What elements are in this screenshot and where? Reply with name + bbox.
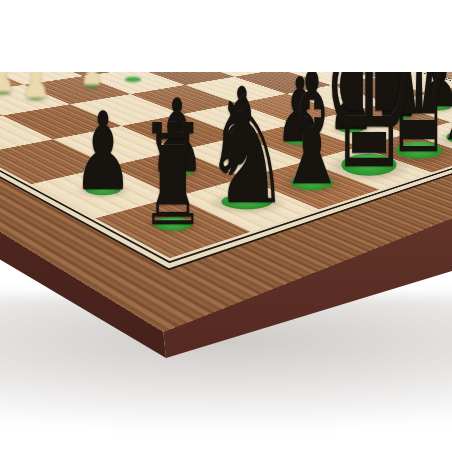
chess-set-photo: ♟♟♟ ♜♞♝♚♛♝♟♟♟♟♟♟♟: [0, 0, 452, 452]
piece-black-rook-h8: ♜: [140, 106, 205, 246]
piece-black-knight-g8: ♞: [203, 77, 291, 225]
piece-black-pawn-h7: ♟: [73, 99, 133, 207]
photo-crop-band: [0, 0, 452, 72]
white-piece-felt-base: [125, 77, 141, 82]
